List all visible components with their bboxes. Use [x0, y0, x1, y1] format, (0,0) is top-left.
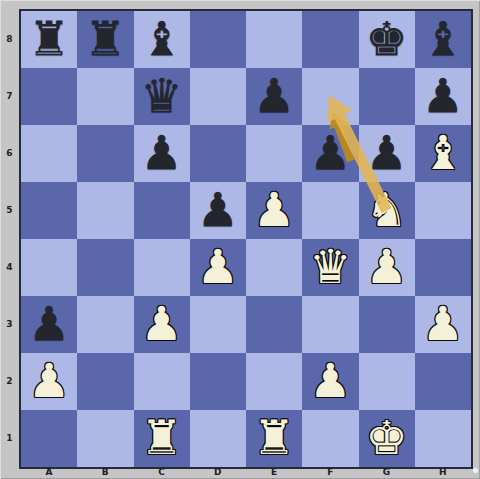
chess-board: ♜♜♝♚♝♛♟♟♟♟♟♝♟♟♞♟♛♟♟♟♟♟♟♜♜♚ — [19, 9, 473, 469]
square-d8[interactable] — [190, 11, 246, 68]
square-c3[interactable]: ♟ — [134, 296, 190, 353]
square-g4[interactable]: ♟ — [359, 239, 415, 296]
square-d1[interactable] — [190, 410, 246, 467]
square-e8[interactable] — [246, 11, 302, 68]
square-d4[interactable]: ♟ — [190, 239, 246, 296]
square-e2[interactable] — [246, 353, 302, 410]
square-c4[interactable] — [134, 239, 190, 296]
square-h5[interactable] — [415, 182, 471, 239]
square-e6[interactable] — [246, 125, 302, 182]
square-e3[interactable] — [246, 296, 302, 353]
rank-label-8: 8 — [0, 11, 19, 68]
piece-white-rook[interactable]: ♜ — [141, 414, 183, 461]
piece-black-pawn[interactable]: ♟ — [28, 300, 70, 347]
piece-black-king[interactable]: ♚ — [366, 15, 408, 62]
piece-white-rook[interactable]: ♜ — [253, 414, 295, 461]
square-f7[interactable] — [302, 68, 358, 125]
piece-white-pawn[interactable]: ♟ — [28, 357, 70, 404]
piece-black-pawn[interactable]: ♟ — [253, 72, 295, 119]
square-b6[interactable] — [77, 125, 133, 182]
piece-white-queen[interactable]: ♛ — [309, 243, 351, 290]
piece-white-pawn[interactable]: ♟ — [366, 243, 408, 290]
square-a5[interactable] — [21, 182, 77, 239]
square-f6[interactable]: ♟ — [302, 125, 358, 182]
square-a4[interactable] — [21, 239, 77, 296]
square-b2[interactable] — [77, 353, 133, 410]
square-a8[interactable]: ♜ — [21, 11, 77, 68]
square-e5[interactable]: ♟ — [246, 182, 302, 239]
file-label-b: B — [77, 467, 133, 479]
piece-white-pawn[interactable]: ♟ — [253, 186, 295, 233]
square-c6[interactable]: ♟ — [134, 125, 190, 182]
piece-black-pawn[interactable]: ♟ — [197, 186, 239, 233]
square-c2[interactable] — [134, 353, 190, 410]
square-h3[interactable]: ♟ — [415, 296, 471, 353]
square-c7[interactable]: ♛ — [134, 68, 190, 125]
piece-black-pawn[interactable]: ♟ — [422, 72, 464, 119]
file-label-a: A — [21, 467, 77, 479]
square-d2[interactable] — [190, 353, 246, 410]
square-f3[interactable] — [302, 296, 358, 353]
rank-label-1: 1 — [0, 410, 19, 467]
piece-white-pawn[interactable]: ♟ — [141, 300, 183, 347]
piece-black-queen[interactable]: ♛ — [141, 72, 183, 119]
square-h1[interactable] — [415, 410, 471, 467]
square-h8[interactable]: ♝ — [415, 11, 471, 68]
square-c8[interactable]: ♝ — [134, 11, 190, 68]
piece-white-pawn[interactable]: ♟ — [422, 300, 464, 347]
square-d6[interactable] — [190, 125, 246, 182]
square-h2[interactable] — [415, 353, 471, 410]
square-h4[interactable] — [415, 239, 471, 296]
square-d3[interactable] — [190, 296, 246, 353]
square-d7[interactable] — [190, 68, 246, 125]
square-c1[interactable]: ♜ — [134, 410, 190, 467]
square-e4[interactable] — [246, 239, 302, 296]
square-b7[interactable] — [77, 68, 133, 125]
piece-black-rook[interactable]: ♜ — [28, 15, 70, 62]
piece-black-bishop[interactable]: ♝ — [422, 15, 464, 62]
square-h7[interactable]: ♟ — [415, 68, 471, 125]
piece-black-pawn[interactable]: ♟ — [141, 129, 183, 176]
piece-white-king[interactable]: ♚ — [366, 414, 408, 461]
rank-label-7: 7 — [0, 68, 19, 125]
square-a2[interactable]: ♟ — [21, 353, 77, 410]
chessboard-window: ♜♜♝♚♝♛♟♟♟♟♟♝♟♟♞♟♛♟♟♟♟♟♟♜♜♚ 87654321ABCDE… — [0, 0, 480, 479]
square-g3[interactable] — [359, 296, 415, 353]
square-f8[interactable] — [302, 11, 358, 68]
square-b8[interactable]: ♜ — [77, 11, 133, 68]
file-label-h: H — [415, 467, 471, 479]
file-label-d: D — [190, 467, 246, 479]
square-f4[interactable]: ♛ — [302, 239, 358, 296]
file-label-f: F — [302, 467, 358, 479]
square-g2[interactable] — [359, 353, 415, 410]
rank-label-4: 4 — [0, 239, 19, 296]
square-b4[interactable] — [77, 239, 133, 296]
rank-label-5: 5 — [0, 182, 19, 239]
square-d5[interactable]: ♟ — [190, 182, 246, 239]
square-f2[interactable]: ♟ — [302, 353, 358, 410]
file-label-c: C — [134, 467, 190, 479]
piece-white-pawn[interactable]: ♟ — [309, 357, 351, 404]
resize-dot — [473, 468, 478, 473]
square-b3[interactable] — [77, 296, 133, 353]
piece-black-pawn[interactable]: ♟ — [309, 129, 351, 176]
square-b1[interactable] — [77, 410, 133, 467]
file-label-g: G — [359, 467, 415, 479]
square-g5[interactable]: ♞ — [359, 182, 415, 239]
square-a7[interactable] — [21, 68, 77, 125]
square-e7[interactable]: ♟ — [246, 68, 302, 125]
piece-black-pawn[interactable]: ♟ — [366, 129, 408, 176]
square-f5[interactable] — [302, 182, 358, 239]
square-g8[interactable]: ♚ — [359, 11, 415, 68]
square-g1[interactable]: ♚ — [359, 410, 415, 467]
rank-label-3: 3 — [0, 296, 19, 353]
square-b5[interactable] — [77, 182, 133, 239]
square-a6[interactable] — [21, 125, 77, 182]
piece-black-rook[interactable]: ♜ — [84, 15, 126, 62]
rank-label-2: 2 — [0, 353, 19, 410]
square-a3[interactable]: ♟ — [21, 296, 77, 353]
piece-white-bishop[interactable]: ♝ — [422, 129, 464, 176]
file-label-e: E — [246, 467, 302, 479]
rank-label-6: 6 — [0, 125, 19, 182]
square-g6[interactable]: ♟ — [359, 125, 415, 182]
piece-white-knight[interactable]: ♞ — [366, 186, 408, 233]
square-a1[interactable] — [21, 410, 77, 467]
square-g7[interactable] — [359, 68, 415, 125]
square-c5[interactable] — [134, 182, 190, 239]
square-e1[interactable]: ♜ — [246, 410, 302, 467]
square-f1[interactable] — [302, 410, 358, 467]
square-h6[interactable]: ♝ — [415, 125, 471, 182]
piece-black-bishop[interactable]: ♝ — [141, 15, 183, 62]
piece-white-pawn[interactable]: ♟ — [197, 243, 239, 290]
